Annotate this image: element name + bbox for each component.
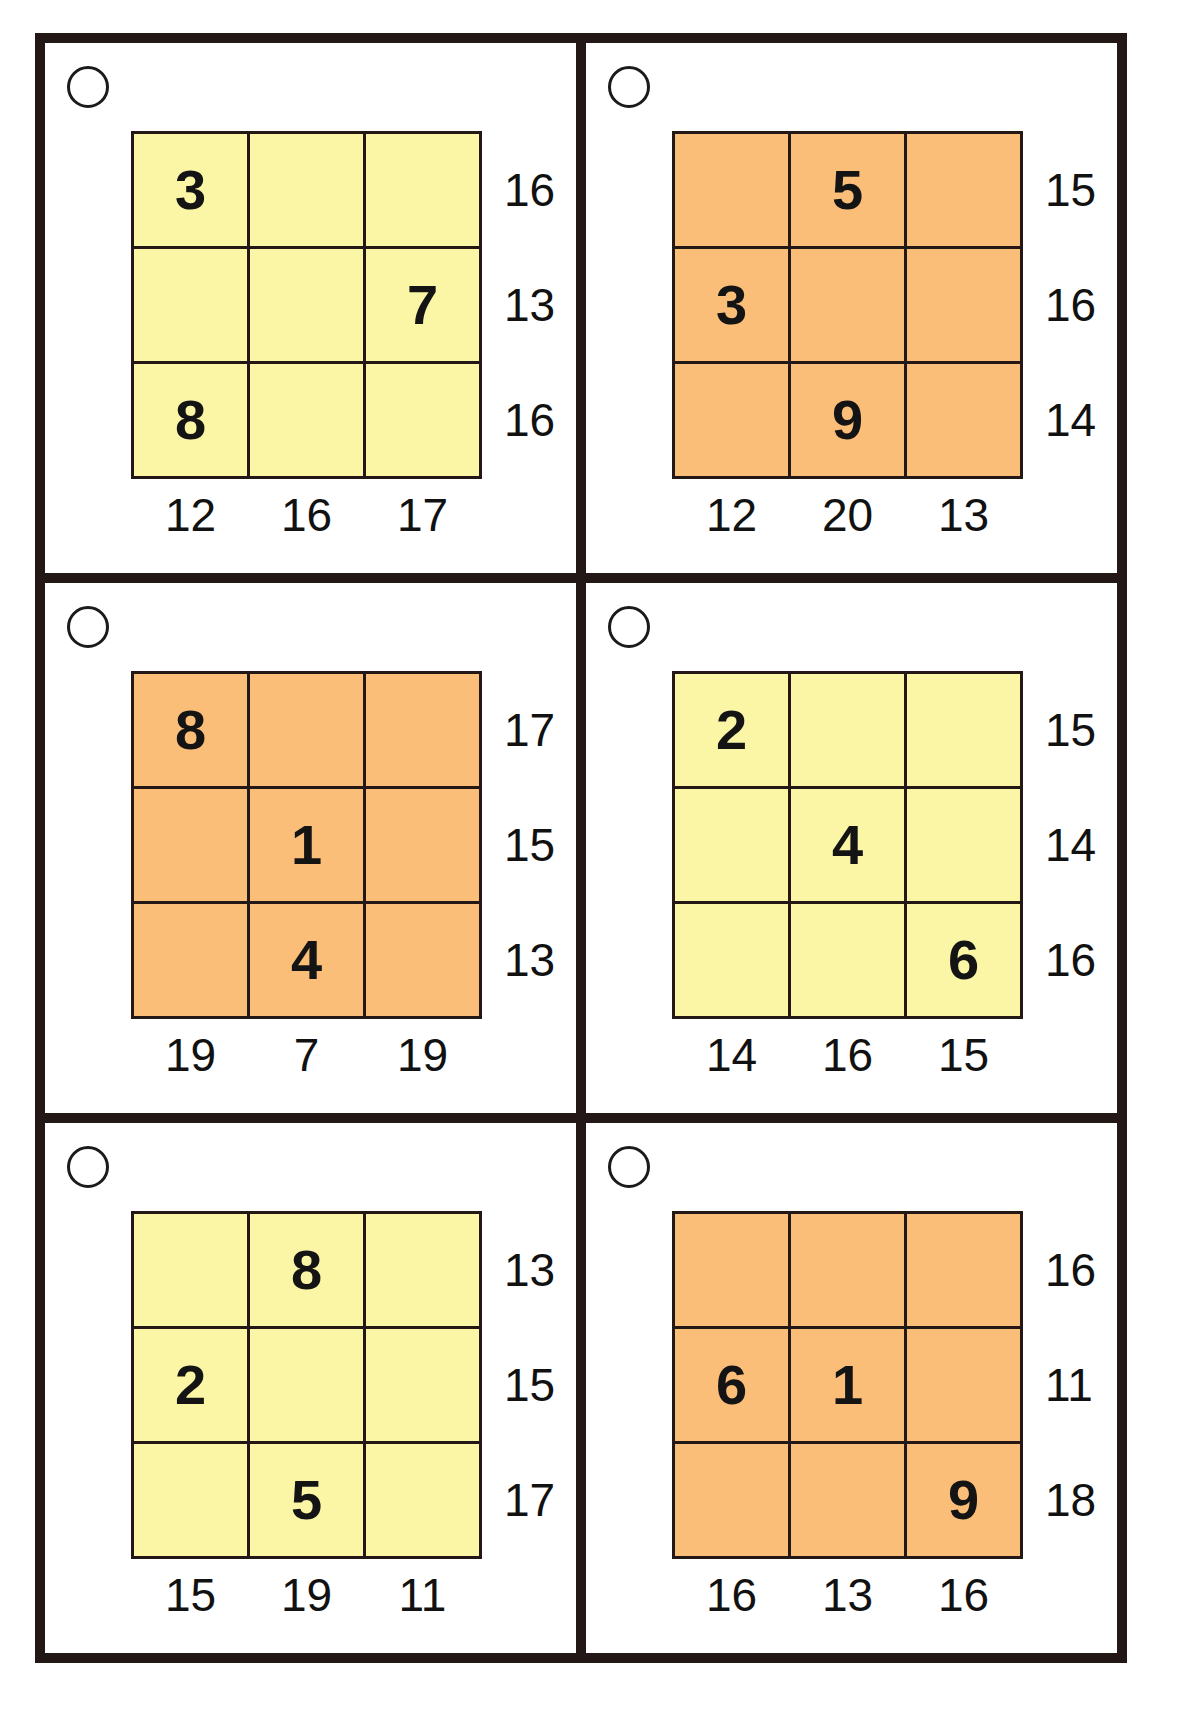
col-sum-2: 19 — [250, 1572, 363, 1618]
grid-cell-r3c1[interactable]: 8 — [134, 364, 247, 476]
grid-cell-r1c2[interactable]: 5 — [791, 134, 904, 246]
row-sum-1: 16 — [1045, 1214, 1096, 1326]
answer-mark-circle[interactable] — [67, 1146, 109, 1188]
grid-cell-r1c1[interactable]: 3 — [134, 134, 247, 246]
board-block: 6 1 9 16 11 18 16 13 16 — [672, 1211, 1096, 1618]
grid-cell-r1c2[interactable] — [250, 674, 363, 786]
grid-cell-r1c2[interactable] — [791, 1214, 904, 1326]
grid-cell-r2c3[interactable] — [366, 1329, 479, 1441]
grid-cell-r1c1[interactable]: 2 — [675, 674, 788, 786]
grid-cell-r1c2[interactable] — [791, 674, 904, 786]
board-block: 2 4 6 15 14 16 14 16 15 — [672, 671, 1096, 1078]
column-sum-labels: 15 19 11 — [134, 1559, 482, 1618]
grid-cell-r1c1[interactable] — [134, 1214, 247, 1326]
grid-cell-r2c1[interactable] — [134, 249, 247, 361]
row-sum-2: 13 — [504, 249, 555, 361]
grid-cell-r3c3[interactable] — [366, 364, 479, 476]
row-sum-2: 15 — [504, 789, 555, 901]
grid-cell-r3c1[interactable] — [134, 1444, 247, 1556]
col-sum-2: 16 — [250, 492, 363, 538]
col-sum-3: 11 — [366, 1572, 479, 1618]
row-sum-labels: 17 15 13 — [482, 671, 555, 1019]
grid-cell-r2c3[interactable] — [366, 789, 479, 901]
row-sum-1: 13 — [504, 1214, 555, 1326]
grid-cell-r1c3[interactable] — [366, 674, 479, 786]
row-sum-3: 13 — [504, 904, 555, 1016]
puzzle-panel-1: 3 7 8 16 13 16 12 16 17 — [45, 43, 576, 573]
board-block: 3 7 8 16 13 16 12 16 17 — [131, 131, 555, 538]
column-sum-labels: 19 7 19 — [134, 1019, 482, 1078]
puzzle-panel-5: 8 2 5 13 15 17 15 19 11 — [45, 1123, 576, 1653]
grid-cell-r1c3[interactable] — [907, 674, 1020, 786]
puzzle-panel-3: 8 1 4 17 15 13 19 7 19 — [45, 583, 576, 1113]
grid-cell-r1c2[interactable]: 8 — [250, 1214, 363, 1326]
row-sum-2: 11 — [1045, 1329, 1096, 1441]
grid-cell-r3c2[interactable] — [791, 904, 904, 1016]
col-sum-2: 16 — [791, 1032, 904, 1078]
grid-cell-r1c1[interactable]: 8 — [134, 674, 247, 786]
grid-cell-r1c1[interactable] — [675, 134, 788, 246]
answer-mark-circle[interactable] — [608, 66, 650, 108]
row-sum-labels: 15 14 16 — [1023, 671, 1096, 1019]
grid-cell-r2c1[interactable] — [675, 789, 788, 901]
puzzle-sheet: 3 7 8 16 13 16 12 16 17 — [35, 33, 1127, 1663]
col-sum-2: 20 — [791, 492, 904, 538]
col-sum-1: 16 — [675, 1572, 788, 1618]
row-sum-1: 17 — [504, 674, 555, 786]
column-sum-labels: 16 13 16 — [675, 1559, 1023, 1618]
grid-cell-r2c3[interactable]: 7 — [366, 249, 479, 361]
grid-cell-r2c1[interactable]: 3 — [675, 249, 788, 361]
col-sum-3: 17 — [366, 492, 479, 538]
row-sum-3: 16 — [1045, 904, 1096, 1016]
grid-cell-r1c3[interactable] — [366, 134, 479, 246]
grid-cell-r3c1[interactable] — [675, 904, 788, 1016]
grid-cell-r1c3[interactable] — [907, 1214, 1020, 1326]
row-sum-labels: 16 11 18 — [1023, 1211, 1096, 1559]
grid-cell-r1c1[interactable] — [675, 1214, 788, 1326]
grid-cell-r3c2[interactable]: 9 — [791, 364, 904, 476]
grid-cell-r2c2[interactable]: 1 — [250, 789, 363, 901]
answer-mark-circle[interactable] — [608, 606, 650, 648]
row-sum-3: 17 — [504, 1444, 555, 1556]
col-sum-1: 15 — [134, 1572, 247, 1618]
answer-mark-circle[interactable] — [608, 1146, 650, 1188]
row-sum-2: 15 — [504, 1329, 555, 1441]
sum-grid-board: 8 1 4 — [131, 671, 482, 1019]
puzzle-panel-2: 5 3 9 15 16 14 12 20 13 — [586, 43, 1117, 573]
row-sum-labels: 16 13 16 — [482, 131, 555, 479]
grid-cell-r2c2[interactable] — [250, 249, 363, 361]
grid-cell-r2c1[interactable]: 2 — [134, 1329, 247, 1441]
row-sum-3: 16 — [504, 364, 555, 476]
column-sum-labels: 12 20 13 — [675, 479, 1023, 538]
row-sum-1: 15 — [1045, 134, 1096, 246]
answer-mark-circle[interactable] — [67, 66, 109, 108]
column-sum-labels: 14 16 15 — [675, 1019, 1023, 1078]
grid-cell-r1c3[interactable] — [366, 1214, 479, 1326]
grid-cell-r3c3[interactable] — [366, 904, 479, 1016]
grid-cell-r3c2[interactable]: 4 — [250, 904, 363, 1016]
col-sum-1: 12 — [675, 492, 788, 538]
sum-grid-board: 3 7 8 — [131, 131, 482, 479]
col-sum-3: 13 — [907, 492, 1020, 538]
board-block: 8 2 5 13 15 17 15 19 11 — [131, 1211, 555, 1618]
grid-cell-r2c3[interactable] — [907, 249, 1020, 361]
grid-cell-r2c1[interactable]: 6 — [675, 1329, 788, 1441]
row-sum-1: 15 — [1045, 674, 1096, 786]
column-sum-labels: 12 16 17 — [134, 479, 482, 538]
grid-cell-r2c2[interactable]: 1 — [791, 1329, 904, 1441]
grid-cell-r3c1[interactable] — [675, 1444, 788, 1556]
col-sum-1: 12 — [134, 492, 247, 538]
board-block: 8 1 4 17 15 13 19 7 19 — [131, 671, 555, 1078]
row-sum-2: 14 — [1045, 789, 1096, 901]
col-sum-2: 13 — [791, 1572, 904, 1618]
grid-cell-r3c3[interactable]: 6 — [907, 904, 1020, 1016]
grid-cell-r1c2[interactable] — [250, 134, 363, 246]
row-sum-3: 14 — [1045, 364, 1096, 476]
grid-cell-r2c3[interactable] — [907, 789, 1020, 901]
grid-cell-r1c3[interactable] — [907, 134, 1020, 246]
grid-cell-r2c1[interactable] — [134, 789, 247, 901]
sum-grid-board: 8 2 5 — [131, 1211, 482, 1559]
row-sum-labels: 15 16 14 — [1023, 131, 1096, 479]
col-sum-3: 19 — [366, 1032, 479, 1078]
sum-grid-board: 5 3 9 — [672, 131, 1023, 479]
board-block: 5 3 9 15 16 14 12 20 13 — [672, 131, 1096, 538]
sum-grid-board: 2 4 6 — [672, 671, 1023, 1019]
col-sum-2: 7 — [250, 1032, 363, 1078]
col-sum-1: 14 — [675, 1032, 788, 1078]
row-sum-1: 16 — [504, 134, 555, 246]
sum-grid-board: 6 1 9 — [672, 1211, 1023, 1559]
answer-mark-circle[interactable] — [67, 606, 109, 648]
col-sum-3: 15 — [907, 1032, 1020, 1078]
row-sum-3: 18 — [1045, 1444, 1096, 1556]
grid-cell-r2c2[interactable] — [791, 249, 904, 361]
puzzle-panel-4: 2 4 6 15 14 16 14 16 15 — [586, 583, 1117, 1113]
col-sum-1: 19 — [134, 1032, 247, 1078]
grid-cell-r3c3[interactable]: 9 — [907, 1444, 1020, 1556]
grid-cell-r3c1[interactable] — [675, 364, 788, 476]
grid-cell-r3c3[interactable] — [907, 364, 1020, 476]
grid-cell-r2c3[interactable] — [907, 1329, 1020, 1441]
col-sum-3: 16 — [907, 1572, 1020, 1618]
puzzle-panel-6: 6 1 9 16 11 18 16 13 16 — [586, 1123, 1117, 1653]
grid-cell-r3c2[interactable] — [791, 1444, 904, 1556]
row-sum-2: 16 — [1045, 249, 1096, 361]
grid-cell-r2c2[interactable] — [250, 1329, 363, 1441]
grid-cell-r2c2[interactable]: 4 — [791, 789, 904, 901]
grid-cell-r3c3[interactable] — [366, 1444, 479, 1556]
grid-cell-r3c2[interactable]: 5 — [250, 1444, 363, 1556]
grid-cell-r3c1[interactable] — [134, 904, 247, 1016]
row-sum-labels: 13 15 17 — [482, 1211, 555, 1559]
grid-cell-r3c2[interactable] — [250, 364, 363, 476]
